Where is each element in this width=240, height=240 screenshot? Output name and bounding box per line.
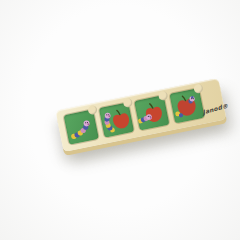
caterpillar-icon — [103, 112, 116, 134]
caterpillar-icon — [137, 114, 153, 124]
finger-notch — [87, 105, 98, 116]
puzzle-tile-3[interactable] — [134, 95, 169, 130]
puzzle-tile-4[interactable] — [169, 88, 204, 123]
apple-icon — [111, 108, 130, 129]
puzzle-board: Janod® — [55, 78, 226, 152]
brand-logo: Janod® — [202, 103, 225, 116]
puzzle-tile-2[interactable] — [99, 102, 134, 137]
tile-3-graphic — [134, 95, 169, 130]
puzzle-tile-1[interactable] — [64, 109, 99, 144]
finger-notch — [123, 98, 134, 109]
caterpillar-icon — [69, 120, 92, 140]
tile-1-graphic — [64, 109, 99, 144]
finger-notch — [158, 90, 169, 101]
finger-notch — [193, 83, 204, 94]
product-photo-background: Janod® — [0, 0, 240, 240]
tile-4-graphic — [169, 88, 204, 123]
tile-2-graphic — [99, 102, 134, 137]
